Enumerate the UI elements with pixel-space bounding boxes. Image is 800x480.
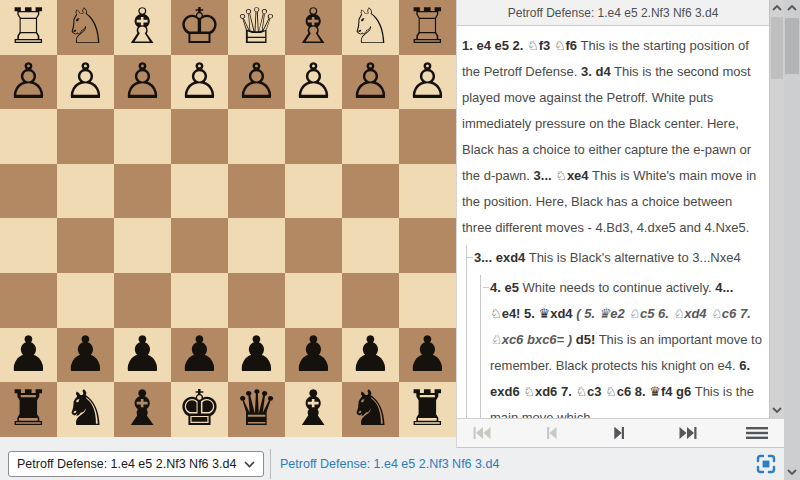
piece-bP: ♟ xyxy=(235,328,279,382)
piece-bN: ♞ xyxy=(64,382,108,436)
square-b6[interactable] xyxy=(342,273,399,328)
square-h8[interactable]: ♜ xyxy=(0,382,57,437)
piece-bP: ♟ xyxy=(178,328,222,382)
square-a1[interactable]: ♖ xyxy=(399,0,456,55)
board-column: ♖♘♗♔♕♗♘♖♙♙♙♙♙♙♙♙♟♟♟♟♟♟♟♟♜♞♝♚♛♝♞♜ xyxy=(0,0,456,448)
piece-wP: ♙ xyxy=(178,55,222,109)
square-a2[interactable]: ♙ xyxy=(399,55,456,110)
square-f1[interactable]: ♗ xyxy=(114,0,171,55)
piece-bP: ♟ xyxy=(292,328,336,382)
square-c6[interactable] xyxy=(285,273,342,328)
study-title: Petroff Defense: 1.e4 e5 2.Nf3 Nf6 3.d4 xyxy=(457,0,769,26)
piece-wP: ♙ xyxy=(7,55,51,109)
menu-icon[interactable] xyxy=(744,424,770,442)
piece-bP: ♟ xyxy=(121,328,165,382)
scroll-down-icon[interactable] xyxy=(770,402,784,418)
square-b3[interactable] xyxy=(342,109,399,164)
square-c3[interactable] xyxy=(285,109,342,164)
skip-to-start-button[interactable] xyxy=(469,424,495,442)
square-d8[interactable]: ♛ xyxy=(228,382,285,437)
square-g5[interactable] xyxy=(57,218,114,273)
square-g1[interactable]: ♘ xyxy=(57,0,114,55)
study-selector[interactable]: Petroff Defense: 1.e4 e5 2.Nf3 Nf6 3.d4 xyxy=(8,451,264,477)
main-area: ♖♘♗♔♕♗♘♖♙♙♙♙♙♙♙♙♟♟♟♟♟♟♟♟♜♞♝♚♛♝♞♜ Petroff… xyxy=(0,0,784,480)
chevron-down-icon xyxy=(244,461,255,468)
square-e6[interactable] xyxy=(171,273,228,328)
piece-bB: ♝ xyxy=(121,382,165,436)
square-d6[interactable] xyxy=(228,273,285,328)
bottom-bar-separator xyxy=(270,449,271,479)
square-a5[interactable] xyxy=(399,218,456,273)
square-c8[interactable]: ♝ xyxy=(285,382,342,437)
piece-wP: ♙ xyxy=(235,55,279,109)
square-f5[interactable] xyxy=(114,218,171,273)
study-selector-value: Petroff Defense: 1.e4 e5 2.Nf3 Nf6 3.d4 xyxy=(17,457,244,471)
piece-bR: ♜ xyxy=(7,382,51,436)
piece-wR: ♖ xyxy=(406,0,450,54)
comment-text: White needs to continue actively. xyxy=(523,280,712,295)
annotation-scrollbar[interactable] xyxy=(769,0,784,418)
square-g8[interactable]: ♞ xyxy=(57,382,114,437)
square-h6[interactable] xyxy=(0,273,57,328)
square-g2[interactable]: ♙ xyxy=(57,55,114,110)
mainline-block: 1. e4 e5 2. ♘f3 ♘f6 This is the starting… xyxy=(462,33,765,241)
piece-wP: ♙ xyxy=(121,55,165,109)
move-token[interactable]: 3. d4 xyxy=(581,64,611,79)
variation-block-1: 3... exd4 This is Black's alternative to… xyxy=(474,245,765,271)
move-token[interactable]: d5! xyxy=(576,332,596,347)
skip-to-end-button[interactable] xyxy=(675,424,701,442)
square-d1[interactable]: ♕ xyxy=(228,0,285,55)
piece-bP: ♟ xyxy=(64,328,108,382)
annotation-text: 1. e4 e5 2. ♘f3 ♘f6 This is the starting… xyxy=(457,26,769,418)
square-e1[interactable]: ♔ xyxy=(171,0,228,55)
square-d7[interactable]: ♟ xyxy=(228,328,285,383)
square-f7[interactable]: ♟ xyxy=(114,328,171,383)
square-e5[interactable] xyxy=(171,218,228,273)
window-scroll-up-icon[interactable] xyxy=(784,0,800,16)
annotation-panel-content: Petroff Defense: 1.e4 e5 2.Nf3 Nf6 3.d4 … xyxy=(457,0,769,418)
comment-text: This is the second most played move agai… xyxy=(462,64,751,183)
square-c4[interactable] xyxy=(285,164,342,219)
chess-board: ♖♘♗♔♕♗♘♖♙♙♙♙♙♙♙♙♟♟♟♟♟♟♟♟♜♞♝♚♛♝♞♜ xyxy=(0,0,456,437)
variation-block-2: 4. e5 White needs to continue actively. … xyxy=(490,275,765,418)
piece-bP: ♟ xyxy=(406,328,450,382)
piece-wN: ♘ xyxy=(64,0,108,54)
square-g6[interactable] xyxy=(57,273,114,328)
comment-text: This is Black's alternative to 3...Nxe4 xyxy=(529,250,741,265)
square-a6[interactable] xyxy=(399,273,456,328)
piece-wK: ♔ xyxy=(178,0,222,54)
square-h3[interactable] xyxy=(0,109,57,164)
square-e7[interactable]: ♟ xyxy=(171,328,228,383)
square-b2[interactable]: ♙ xyxy=(342,55,399,110)
piece-wP: ♙ xyxy=(64,55,108,109)
piece-bP: ♟ xyxy=(349,328,393,382)
square-b5[interactable] xyxy=(342,218,399,273)
move-token[interactable]: 4. e5 xyxy=(490,280,519,295)
square-d5[interactable] xyxy=(228,218,285,273)
square-h4[interactable] xyxy=(0,164,57,219)
square-h2[interactable]: ♙ xyxy=(0,55,57,110)
variation-level-1: 3... exd4 This is Black's alternative to… xyxy=(466,245,765,418)
square-e2[interactable]: ♙ xyxy=(171,55,228,110)
maximize-board-icon[interactable] xyxy=(754,452,778,476)
board-bottom-filler xyxy=(0,437,456,448)
piece-wN: ♘ xyxy=(349,0,393,54)
piece-wP: ♙ xyxy=(349,55,393,109)
piece-bN: ♞ xyxy=(349,382,393,436)
square-f2[interactable]: ♙ xyxy=(114,55,171,110)
piece-wQ: ♕ xyxy=(235,0,279,54)
annotation-scrollbar-thumb[interactable] xyxy=(771,17,783,79)
square-f8[interactable]: ♝ xyxy=(114,382,171,437)
square-f3[interactable] xyxy=(114,109,171,164)
square-b8[interactable]: ♞ xyxy=(342,382,399,437)
square-d2[interactable]: ♙ xyxy=(228,55,285,110)
piece-wB: ♗ xyxy=(292,0,336,54)
step-forward-button[interactable] xyxy=(607,424,633,442)
square-h1[interactable]: ♖ xyxy=(0,0,57,55)
square-f4[interactable] xyxy=(114,164,171,219)
window-scrollbar-thumb[interactable] xyxy=(785,18,799,74)
step-back-button[interactable] xyxy=(538,424,564,442)
square-a8[interactable]: ♜ xyxy=(399,382,456,437)
window-scrollbar[interactable] xyxy=(784,0,800,480)
piece-wP: ♙ xyxy=(406,55,450,109)
square-c2[interactable]: ♙ xyxy=(285,55,342,110)
piece-wP: ♙ xyxy=(292,55,336,109)
move-token[interactable]: 3... ♘xe4 xyxy=(534,168,589,183)
square-g7[interactable]: ♟ xyxy=(57,328,114,383)
annotation-panel-body: Petroff Defense: 1.e4 e5 2.Nf3 Nf6 3.d4 … xyxy=(457,0,784,418)
piece-bP: ♟ xyxy=(7,328,51,382)
variation-level-2: 4. e5 White needs to continue actively. … xyxy=(480,275,765,418)
square-d4[interactable] xyxy=(228,164,285,219)
pgn-navigation-bar xyxy=(457,418,784,448)
piece-bR: ♜ xyxy=(406,382,450,436)
square-c5[interactable] xyxy=(285,218,342,273)
square-c1[interactable]: ♗ xyxy=(285,0,342,55)
piece-wB: ♗ xyxy=(121,0,165,54)
annotation-panel: Petroff Defense: 1.e4 e5 2.Nf3 Nf6 3.d4 … xyxy=(456,0,784,448)
square-g4[interactable] xyxy=(57,164,114,219)
square-h7[interactable]: ♟ xyxy=(0,328,57,383)
piece-bQ: ♛ xyxy=(235,382,279,436)
piece-wR: ♖ xyxy=(7,0,51,54)
top-section: ♖♘♗♔♕♗♘♖♙♙♙♙♙♙♙♙♟♟♟♟♟♟♟♟♜♞♝♚♛♝♞♜ Petroff… xyxy=(0,0,784,448)
move-token[interactable]: 5. ♛xd4 xyxy=(524,306,573,321)
square-e4[interactable] xyxy=(171,164,228,219)
piece-bK: ♚ xyxy=(178,382,222,436)
square-c7[interactable]: ♟ xyxy=(285,328,342,383)
bottom-bar: Petroff Defense: 1.e4 e5 2.Nf3 Nf6 3.d4 … xyxy=(0,448,784,480)
square-d3[interactable] xyxy=(228,109,285,164)
square-b4[interactable] xyxy=(342,164,399,219)
move-token[interactable]: 7. ♘c3 ♘c6 8. ♛f4 g6 xyxy=(561,384,691,399)
study-link[interactable]: Petroff Defense: 1.e4 e5 2.Nf3 Nf6 3.d4 xyxy=(280,457,499,471)
square-a7[interactable]: ♟ xyxy=(399,328,456,383)
square-b7[interactable]: ♟ xyxy=(342,328,399,383)
move-token[interactable]: 1. e4 e5 2. ♘f3 ♘f6 xyxy=(462,38,577,53)
square-f6[interactable] xyxy=(114,273,171,328)
square-h5[interactable] xyxy=(0,218,57,273)
piece-bB: ♝ xyxy=(292,382,336,436)
scroll-up-icon[interactable] xyxy=(770,0,784,16)
move-token[interactable]: 3... exd4 xyxy=(474,250,525,265)
chess-app-window: ♖♘♗♔♕♗♘♖♙♙♙♙♙♙♙♙♟♟♟♟♟♟♟♟♜♞♝♚♛♝♞♜ Petroff… xyxy=(0,0,800,480)
square-e3[interactable] xyxy=(171,109,228,164)
square-b1[interactable]: ♘ xyxy=(342,0,399,55)
square-e8[interactable]: ♚ xyxy=(171,382,228,437)
square-a4[interactable] xyxy=(399,164,456,219)
square-a3[interactable] xyxy=(399,109,456,164)
square-g3[interactable] xyxy=(57,109,114,164)
window-scroll-down-icon[interactable] xyxy=(784,464,800,480)
